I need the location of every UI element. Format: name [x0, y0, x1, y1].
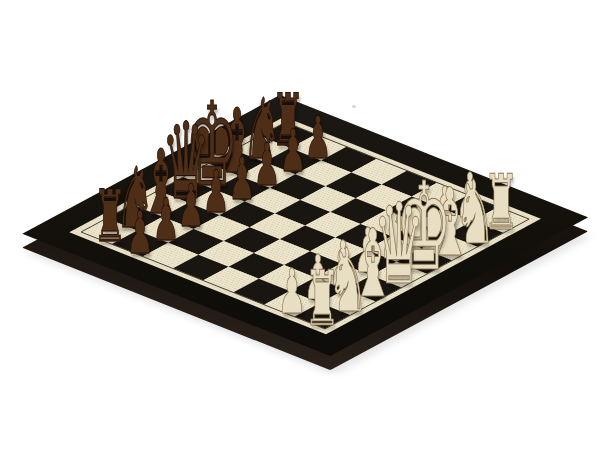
board-inlay-border	[69, 117, 541, 335]
dust-speck	[352, 105, 356, 108]
chessboard	[22, 95, 588, 356]
chess-set-photo: ♜♞♝♛♚♝♞♜♟♟♟♟♟♟♟♟♟♟♟♟♟♟♟♟♜♞♝♛♚♝♞♜	[0, 0, 600, 450]
